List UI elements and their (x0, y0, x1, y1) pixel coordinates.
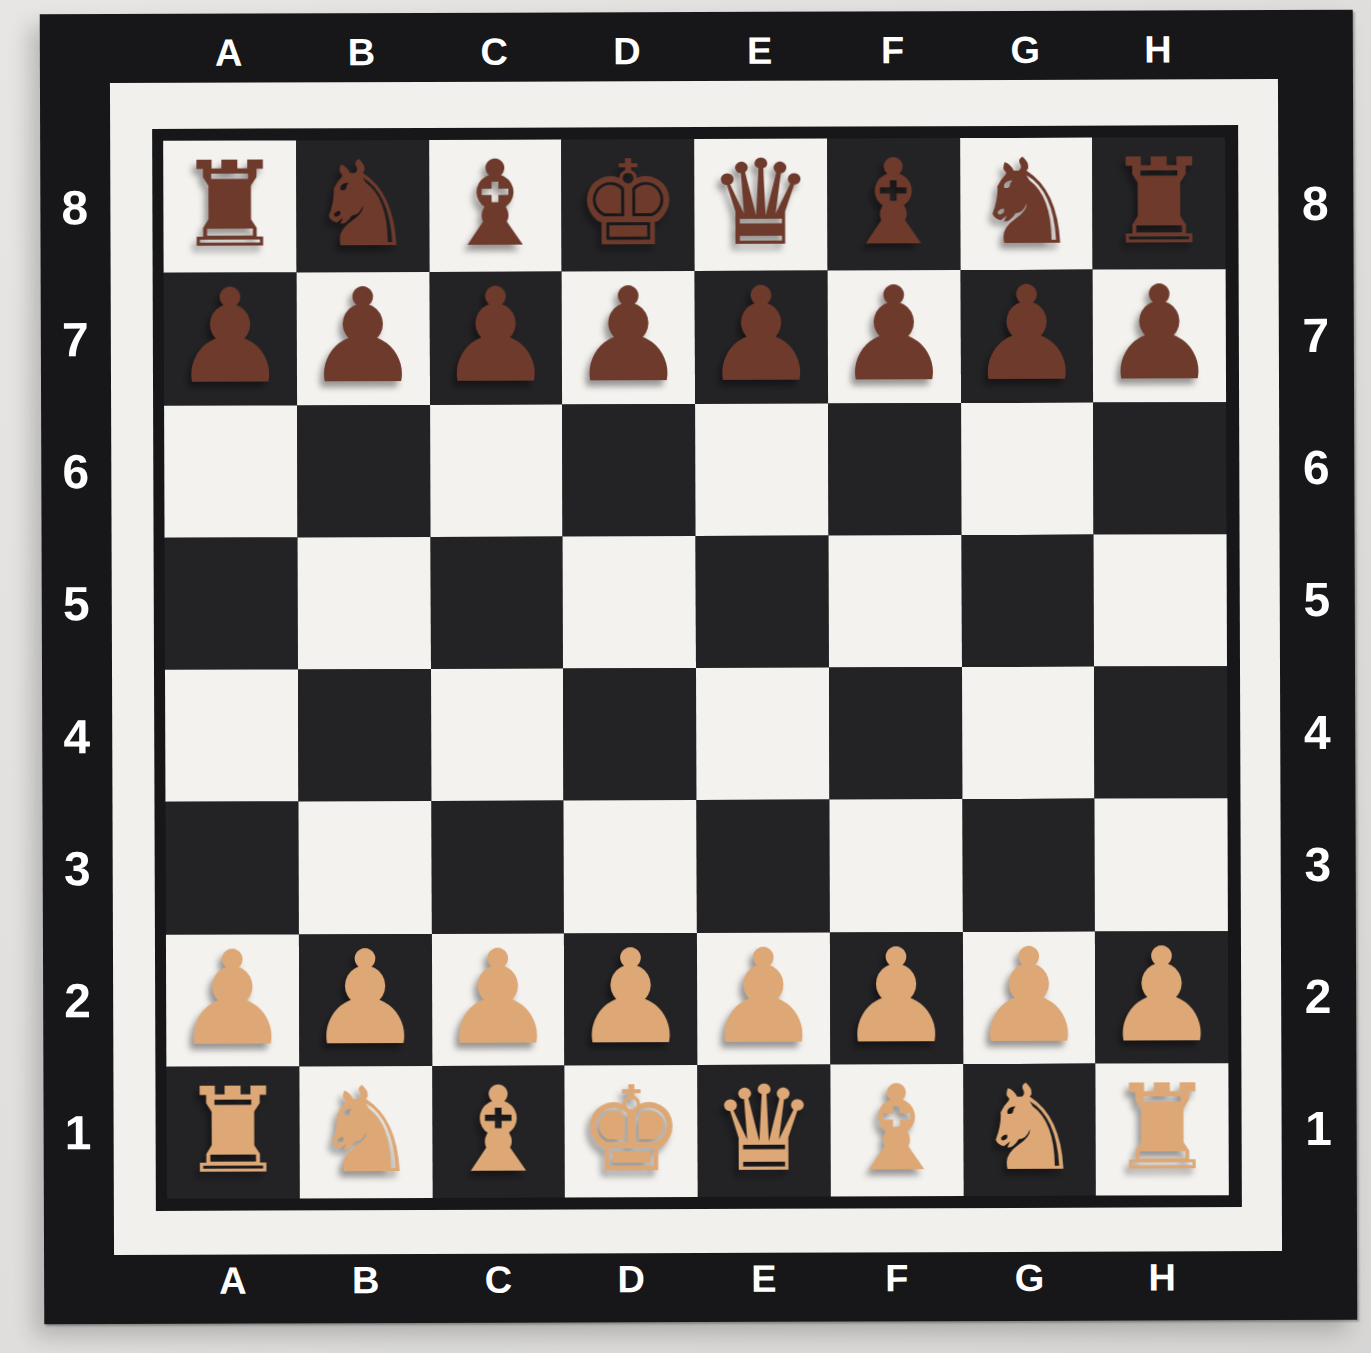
rank-label-right-8: 8 (1278, 137, 1353, 270)
file-labels-top: ABCDEFGH (163, 18, 1225, 84)
rank-label-left-2: 2 (43, 935, 113, 1067)
rank-label-left-1: 1 (43, 1067, 113, 1199)
file-label-top-c: C (428, 20, 561, 82)
square-h3[interactable] (1095, 798, 1228, 931)
rank-label-left-7: 7 (41, 273, 111, 405)
square-h5[interactable] (1094, 534, 1227, 667)
file-label-bottom-e: E (698, 1248, 831, 1310)
piece-white-pawn: ♟ (705, 931, 822, 1061)
square-e1[interactable]: ♛ (697, 1064, 830, 1197)
rank-label-left-4: 4 (42, 670, 112, 802)
piece-white-pawn: ♟ (440, 932, 557, 1062)
square-b6[interactable] (297, 404, 430, 537)
square-g6[interactable] (961, 402, 1094, 535)
square-b8[interactable]: ♞ (296, 140, 429, 273)
square-f3[interactable] (829, 799, 962, 932)
square-b7[interactable]: ♟ (296, 272, 429, 405)
square-a3[interactable] (165, 802, 298, 935)
square-e6[interactable] (695, 403, 828, 536)
file-label-bottom-g: G (964, 1247, 1097, 1309)
rank-label-right-6: 6 (1279, 401, 1354, 534)
file-label-bottom-h: H (1096, 1246, 1229, 1308)
piece-black-bishop: ♝ (442, 145, 548, 263)
rank-label-right-5: 5 (1280, 533, 1355, 666)
rank-label-left-6: 6 (41, 406, 111, 538)
file-label-top-g: G (959, 19, 1092, 81)
square-g8[interactable]: ♞ (960, 138, 1093, 271)
piece-black-pawn: ♟ (1101, 269, 1218, 399)
square-d3[interactable] (564, 800, 697, 933)
square-a5[interactable] (165, 537, 298, 670)
square-e7[interactable]: ♟ (695, 271, 828, 404)
file-label-top-a: A (163, 21, 296, 83)
square-g1[interactable]: ♞ (963, 1063, 1096, 1196)
square-g5[interactable] (961, 534, 1094, 667)
square-e8[interactable]: ♛ (694, 139, 827, 272)
file-label-top-e: E (694, 20, 827, 82)
square-e5[interactable] (696, 535, 829, 668)
piece-black-pawn: ♟ (968, 269, 1085, 399)
square-h8[interactable]: ♜ (1092, 137, 1225, 270)
square-c5[interactable] (430, 536, 563, 669)
piece-white-pawn: ♟ (1103, 930, 1220, 1060)
rank-label-right-1: 1 (1281, 1062, 1356, 1195)
square-h1[interactable]: ♜ (1096, 1063, 1229, 1196)
square-a1[interactable]: ♜ (166, 1066, 299, 1199)
square-f5[interactable] (828, 535, 961, 668)
square-a4[interactable] (165, 669, 298, 802)
square-g4[interactable] (962, 667, 1095, 800)
piece-black-rook: ♜ (1106, 142, 1212, 260)
square-d1[interactable]: ♚ (565, 1065, 698, 1198)
square-c7[interactable]: ♟ (429, 272, 562, 405)
square-a2[interactable]: ♟ (166, 934, 299, 1067)
square-f6[interactable] (828, 403, 961, 536)
piece-white-bishop: ♝ (844, 1069, 950, 1187)
piece-black-pawn: ♟ (437, 271, 554, 401)
square-g3[interactable] (962, 799, 1095, 932)
square-a7[interactable]: ♟ (164, 273, 297, 406)
square-c4[interactable] (431, 668, 564, 801)
square-e2[interactable]: ♟ (697, 932, 830, 1065)
file-label-top-d: D (561, 20, 694, 82)
file-label-bottom-b: B (300, 1249, 433, 1311)
rank-label-left-3: 3 (42, 802, 112, 934)
file-label-top-b: B (295, 21, 428, 83)
square-b3[interactable] (298, 801, 431, 934)
square-b4[interactable] (298, 669, 431, 802)
piece-white-pawn: ♟ (971, 930, 1088, 1060)
rank-label-left-8: 8 (40, 141, 110, 273)
square-h6[interactable] (1093, 402, 1226, 535)
square-b5[interactable] (297, 537, 430, 670)
square-f1[interactable]: ♝ (830, 1064, 963, 1197)
square-a8[interactable]: ♜ (163, 140, 296, 273)
piece-black-pawn: ♟ (703, 270, 820, 400)
square-h2[interactable]: ♟ (1095, 931, 1228, 1064)
piece-black-pawn: ♟ (172, 272, 289, 402)
square-g7[interactable]: ♟ (960, 270, 1093, 403)
square-e4[interactable] (696, 668, 829, 801)
file-label-top-f: F (826, 19, 959, 81)
square-d6[interactable] (562, 404, 695, 537)
square-e3[interactable] (696, 800, 829, 933)
piece-white-rook: ♜ (180, 1071, 286, 1189)
rank-label-right-3: 3 (1280, 798, 1355, 931)
piece-black-rook: ♜ (177, 146, 283, 264)
file-label-bottom-f: F (831, 1247, 964, 1309)
rank-label-right-7: 7 (1279, 269, 1354, 402)
piece-black-pawn: ♟ (570, 270, 687, 400)
piece-white-knight: ♞ (976, 1069, 1082, 1187)
file-label-bottom-a: A (167, 1249, 300, 1311)
piece-black-knight: ♞ (973, 143, 1079, 261)
square-d4[interactable] (563, 668, 696, 801)
piece-white-bishop: ♝ (445, 1070, 551, 1188)
file-label-top-h: H (1092, 18, 1225, 80)
piece-white-pawn: ♟ (174, 933, 291, 1063)
square-d5[interactable] (563, 536, 696, 669)
rank-label-left-5: 5 (42, 538, 112, 670)
square-h7[interactable]: ♟ (1093, 269, 1226, 402)
piece-white-rook: ♜ (1109, 1068, 1215, 1186)
square-f7[interactable]: ♟ (827, 270, 960, 403)
square-c3[interactable] (431, 801, 564, 934)
piece-black-knight: ♞ (309, 145, 415, 263)
board-grid: ♜♞♝♚♛♝♞♜♟♟♟♟♟♟♟♟♟♟♟♟♟♟♟♟♜♞♝♚♛♝♞♜ (163, 137, 1229, 1199)
square-b1[interactable]: ♞ (299, 1066, 432, 1199)
rank-labels-right: 87654321 (1278, 137, 1357, 1195)
chess-board: ABCDEFGH ABCDEFGH 87654321 87654321 ♜♞♝♚… (40, 10, 1358, 1325)
piece-white-pawn: ♟ (838, 931, 955, 1061)
file-labels-bottom: ABCDEFGH (167, 1246, 1229, 1312)
piece-black-queen: ♛ (708, 144, 814, 262)
square-f8[interactable]: ♝ (827, 138, 960, 271)
file-label-bottom-c: C (433, 1248, 566, 1310)
rank-label-right-2: 2 (1281, 930, 1356, 1063)
piece-white-knight: ♞ (313, 1071, 419, 1189)
square-h4[interactable] (1094, 666, 1227, 799)
square-b2[interactable]: ♟ (299, 933, 432, 1066)
piece-white-queen: ♛ (711, 1069, 817, 1187)
piece-black-pawn: ♟ (835, 269, 952, 399)
piece-white-pawn: ♟ (572, 932, 689, 1062)
square-c2[interactable]: ♟ (431, 933, 564, 1066)
piece-black-pawn: ♟ (304, 271, 421, 401)
square-f4[interactable] (829, 667, 962, 800)
square-d2[interactable]: ♟ (564, 933, 697, 1066)
square-d7[interactable]: ♟ (562, 271, 695, 404)
piece-white-king: ♚ (578, 1070, 684, 1188)
piece-black-king: ♚ (575, 144, 681, 262)
rank-label-right-4: 4 (1280, 666, 1355, 799)
square-c1[interactable]: ♝ (432, 1065, 565, 1198)
square-g2[interactable]: ♟ (962, 931, 1095, 1064)
square-c8[interactable]: ♝ (429, 139, 562, 272)
square-a6[interactable] (164, 405, 297, 538)
square-f2[interactable]: ♟ (830, 932, 963, 1065)
rank-labels-left: 87654321 (40, 141, 114, 1199)
piece-black-bishop: ♝ (840, 143, 946, 261)
file-label-bottom-d: D (565, 1248, 698, 1310)
square-d8[interactable]: ♚ (561, 139, 694, 272)
square-c6[interactable] (430, 404, 563, 537)
piece-white-pawn: ♟ (307, 933, 424, 1063)
